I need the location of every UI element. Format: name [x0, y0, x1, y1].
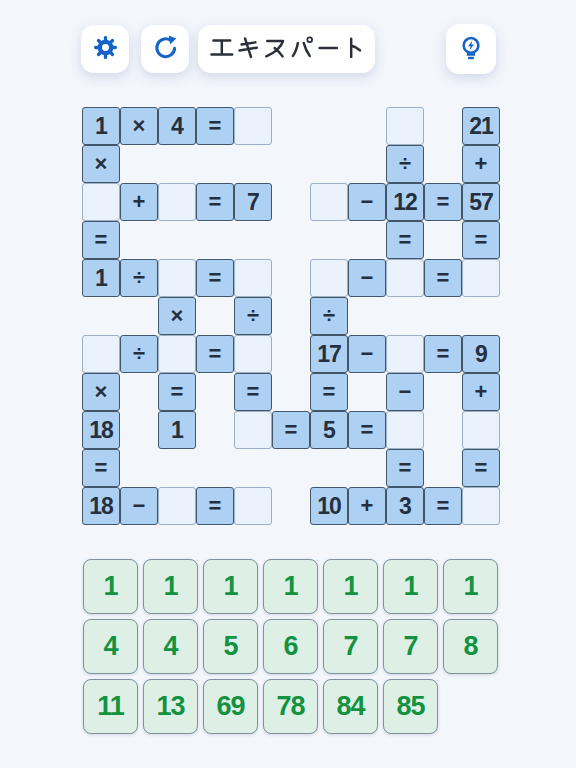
cell-r11-c2-given: −	[120, 487, 158, 525]
cell-r9-c1-given: 18	[82, 411, 120, 449]
board-gap	[196, 373, 234, 411]
number-tile-1[interactable]: 1	[83, 559, 138, 614]
cell-r8-c7-given: =	[310, 373, 348, 411]
cell-r3-c4-given: =	[196, 183, 234, 221]
number-tile-1[interactable]: 1	[443, 559, 498, 614]
cell-r4-c11-given: =	[462, 221, 500, 259]
cell-r5-c3-empty[interactable]	[158, 259, 196, 297]
board-gap	[82, 297, 120, 335]
number-tile-84[interactable]: 84	[323, 679, 378, 734]
cell-r2-c1-given: ×	[82, 145, 120, 183]
settings-button[interactable]	[81, 25, 129, 73]
board-gap	[348, 107, 386, 145]
board-gap	[348, 145, 386, 183]
board-gap	[120, 449, 158, 487]
cell-r5-c10-given: =	[424, 259, 462, 297]
board-gap	[158, 221, 196, 259]
cell-r5-c5-empty[interactable]	[234, 259, 272, 297]
cell-r7-c4-given: =	[196, 335, 234, 373]
board-gap	[424, 107, 462, 145]
cell-r10-c1-given: =	[82, 449, 120, 487]
number-tile-1[interactable]: 1	[383, 559, 438, 614]
cell-r11-c7-given: 10	[310, 487, 348, 525]
cell-r9-c5-empty[interactable]	[234, 411, 272, 449]
cell-r7-c10-given: =	[424, 335, 462, 373]
cell-r3-c1-empty[interactable]	[82, 183, 120, 221]
cell-r9-c8-given: =	[348, 411, 386, 449]
board-gap	[424, 297, 462, 335]
board-gap	[120, 297, 158, 335]
tile-tray: 11111114456778111369788485	[83, 559, 498, 734]
number-tile-7[interactable]: 7	[383, 619, 438, 674]
number-tile-1[interactable]: 1	[143, 559, 198, 614]
number-tile-5[interactable]: 5	[203, 619, 258, 674]
board-gap	[272, 107, 310, 145]
cell-r5-c9-empty[interactable]	[386, 259, 424, 297]
board-gap	[310, 107, 348, 145]
cell-r2-c11-given: +	[462, 145, 500, 183]
number-tile-1[interactable]: 1	[203, 559, 258, 614]
board-gap	[272, 145, 310, 183]
board-gap	[158, 449, 196, 487]
board-gap	[462, 297, 500, 335]
board-gap	[424, 145, 462, 183]
board-gap	[272, 297, 310, 335]
board-gap	[424, 411, 462, 449]
cell-r1-c4-given: =	[196, 107, 234, 145]
cell-r3-c8-given: −	[348, 183, 386, 221]
board-gap	[120, 221, 158, 259]
number-tile-6[interactable]: 6	[263, 619, 318, 674]
cell-r9-c6-given: =	[272, 411, 310, 449]
cell-r7-c3-empty[interactable]	[158, 335, 196, 373]
hint-button[interactable]	[446, 24, 496, 74]
cell-r11-c5-empty[interactable]	[234, 487, 272, 525]
cell-r9-c3-given: 1	[158, 411, 196, 449]
cell-r11-c3-empty[interactable]	[158, 487, 196, 525]
cell-r3-c10-given: =	[424, 183, 462, 221]
number-tile-13[interactable]: 13	[143, 679, 198, 734]
cell-r10-c9-given: =	[386, 449, 424, 487]
cell-r3-c7-empty[interactable]	[310, 183, 348, 221]
number-tile-11[interactable]: 11	[83, 679, 138, 734]
board-gap	[310, 449, 348, 487]
board-gap	[272, 449, 310, 487]
number-tile-1[interactable]: 1	[323, 559, 378, 614]
board-gap	[196, 221, 234, 259]
tray-row-2: 4456778	[83, 619, 498, 674]
cell-r6-c7-given: ÷	[310, 297, 348, 335]
cell-r5-c11-empty[interactable]	[462, 259, 500, 297]
number-tile-69[interactable]: 69	[203, 679, 258, 734]
level-title: エキスパート	[198, 25, 375, 73]
cell-r1-c5-empty[interactable]	[234, 107, 272, 145]
board-gap	[196, 449, 234, 487]
cell-r4-c9-given: =	[386, 221, 424, 259]
cell-r7-c9-empty[interactable]	[386, 335, 424, 373]
board-gap	[196, 145, 234, 183]
board-gap	[272, 183, 310, 221]
cell-r8-c5-given: =	[234, 373, 272, 411]
board-gap	[348, 221, 386, 259]
board-gap	[348, 297, 386, 335]
board-gap	[348, 449, 386, 487]
cell-r11-c4-given: =	[196, 487, 234, 525]
cell-r9-c11-empty[interactable]	[462, 411, 500, 449]
board-gap	[234, 145, 272, 183]
tray-row-1: 1111111	[83, 559, 498, 614]
board-gap	[310, 221, 348, 259]
gear-icon	[92, 34, 119, 64]
cell-r3-c11-given: 57	[462, 183, 500, 221]
number-tile-78[interactable]: 78	[263, 679, 318, 734]
cell-r7-c8-given: −	[348, 335, 386, 373]
board-gap	[348, 373, 386, 411]
cell-r10-c11-given: =	[462, 449, 500, 487]
board-gap	[424, 373, 462, 411]
board-gap	[234, 449, 272, 487]
restart-arrow-icon	[152, 34, 179, 64]
cell-r5-c1-given: 1	[82, 259, 120, 297]
number-tile-4[interactable]: 4	[83, 619, 138, 674]
restart-button[interactable]	[141, 25, 189, 73]
tray-row-3: 111369788485	[83, 679, 498, 734]
board-gap	[272, 373, 310, 411]
cell-r6-c5-given: ÷	[234, 297, 272, 335]
board-gap	[158, 145, 196, 183]
board: 1×4=21×÷++=7−12=57===1÷=−=×÷÷÷=17−=9×===…	[82, 107, 500, 525]
cell-r7-c5-empty[interactable]	[234, 335, 272, 373]
cell-r6-c3-given: ×	[158, 297, 196, 335]
board-gap	[120, 145, 158, 183]
cell-r8-c1-given: ×	[82, 373, 120, 411]
cell-r3-c2-given: +	[120, 183, 158, 221]
cell-r5-c2-given: ÷	[120, 259, 158, 297]
cell-r7-c11-given: 9	[462, 335, 500, 373]
cell-r8-c3-given: =	[158, 373, 196, 411]
board-gap	[424, 221, 462, 259]
number-tile-4[interactable]: 4	[143, 619, 198, 674]
cell-r3-c9-given: 12	[386, 183, 424, 221]
cell-r5-c7-empty[interactable]	[310, 259, 348, 297]
board-gap	[272, 335, 310, 373]
board-gap	[310, 145, 348, 183]
cell-r7-c7-given: 17	[310, 335, 348, 373]
number-tile-8[interactable]: 8	[443, 619, 498, 674]
cell-r11-c1-given: 18	[82, 487, 120, 525]
cell-r1-c11-given: 21	[462, 107, 500, 145]
cell-r7-c1-empty[interactable]	[82, 335, 120, 373]
board-gap	[424, 449, 462, 487]
board-gap	[272, 487, 310, 525]
cell-r7-c2-given: ÷	[120, 335, 158, 373]
board-gap	[120, 411, 158, 449]
board-gap	[234, 221, 272, 259]
cell-r1-c9-empty[interactable]	[386, 107, 424, 145]
number-tile-85[interactable]: 85	[383, 679, 438, 734]
cell-r5-c8-given: −	[348, 259, 386, 297]
cell-r1-c3-given: 4	[158, 107, 196, 145]
cell-r3-c3-empty[interactable]	[158, 183, 196, 221]
cell-r8-c11-given: +	[462, 373, 500, 411]
cell-r9-c9-empty[interactable]	[386, 411, 424, 449]
cell-r11-c9-given: 3	[386, 487, 424, 525]
lightbulb-icon	[457, 34, 485, 65]
cell-r1-c1-given: 1	[82, 107, 120, 145]
board-gap	[386, 297, 424, 335]
cell-r1-c2-given: ×	[120, 107, 158, 145]
cell-r8-c9-given: −	[386, 373, 424, 411]
board-gap	[196, 297, 234, 335]
board-gap	[196, 411, 234, 449]
number-tile-7[interactable]: 7	[323, 619, 378, 674]
cell-r2-c9-given: ÷	[386, 145, 424, 183]
cell-r11-c10-given: =	[424, 487, 462, 525]
board-gap	[272, 259, 310, 297]
cell-r9-c7-given: 5	[310, 411, 348, 449]
cell-r3-c5-given: 7	[234, 183, 272, 221]
cell-r11-c11-empty[interactable]	[462, 487, 500, 525]
cell-r11-c8-given: +	[348, 487, 386, 525]
cell-r4-c1-given: =	[82, 221, 120, 259]
cell-r5-c4-given: =	[196, 259, 234, 297]
board-gap	[272, 221, 310, 259]
number-tile-1[interactable]: 1	[263, 559, 318, 614]
board-gap	[120, 373, 158, 411]
